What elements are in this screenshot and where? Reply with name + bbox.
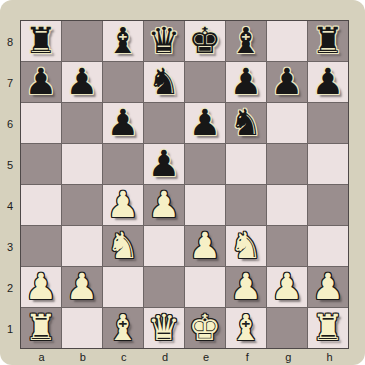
piece-wK-e1[interactable]: ♚ [189,308,221,348]
piece-bP-h7[interactable]: ♟ [312,62,344,102]
piece-bN-d7[interactable]: ♞ [148,62,180,102]
piece-wQ-d1[interactable]: ♛ [148,308,180,348]
square-f3[interactable]: ♞ [226,226,266,266]
square-h1[interactable]: ♜ [308,308,348,348]
square-c2[interactable] [103,267,143,307]
rank-label-8: 8 [0,21,20,62]
square-a2[interactable]: ♟ [21,267,61,307]
chess-board: ♜♝♛♚♝♜♟♟♞♟♟♟♟♟♞♟♟♟♞♟♞♟♟♟♟♟♜♝♛♚♝♜ [20,20,349,349]
piece-wR-a1[interactable]: ♜ [25,308,57,348]
square-e8[interactable]: ♚ [185,21,225,61]
piece-wN-f3[interactable]: ♞ [230,226,262,266]
piece-bB-c8[interactable]: ♝ [107,21,139,61]
piece-wP-a2[interactable]: ♟ [25,267,57,307]
file-label-g: g [268,349,309,365]
chessboard-panel: 87654321 ♜♝♛♚♝♜♟♟♞♟♟♟♟♟♞♟♟♟♞♟♞♟♟♟♟♟♜♝♛♚♝… [0,0,365,365]
square-b1[interactable] [62,308,102,348]
square-g5[interactable] [267,144,307,184]
piece-wP-d4[interactable]: ♟ [148,185,180,225]
file-label-f: f [227,349,268,365]
rank-label-3: 3 [0,227,20,268]
piece-bP-a7[interactable]: ♟ [25,62,57,102]
square-g6[interactable] [267,103,307,143]
square-f6[interactable]: ♞ [226,103,266,143]
square-g8[interactable] [267,21,307,61]
square-f1[interactable]: ♝ [226,308,266,348]
square-e3[interactable]: ♟ [185,226,225,266]
square-g1[interactable] [267,308,307,348]
square-a5[interactable] [21,144,61,184]
square-b5[interactable] [62,144,102,184]
square-c8[interactable]: ♝ [103,21,143,61]
square-f5[interactable] [226,144,266,184]
square-e7[interactable] [185,62,225,102]
square-c6[interactable]: ♟ [103,103,143,143]
piece-wP-e3[interactable]: ♟ [189,226,221,266]
square-h7[interactable]: ♟ [308,62,348,102]
square-c7[interactable] [103,62,143,102]
square-a7[interactable]: ♟ [21,62,61,102]
piece-bP-f7[interactable]: ♟ [230,62,262,102]
square-d1[interactable]: ♛ [144,308,184,348]
square-c3[interactable]: ♞ [103,226,143,266]
piece-bP-b7[interactable]: ♟ [66,62,98,102]
piece-bR-h8[interactable]: ♜ [312,21,344,61]
piece-bP-d5[interactable]: ♟ [148,144,180,184]
rank-label-1: 1 [0,309,20,350]
square-b4[interactable] [62,185,102,225]
square-f2[interactable]: ♟ [226,267,266,307]
square-h5[interactable] [308,144,348,184]
square-e4[interactable] [185,185,225,225]
piece-wN-c3[interactable]: ♞ [107,226,139,266]
square-g3[interactable] [267,226,307,266]
square-e5[interactable] [185,144,225,184]
square-a3[interactable] [21,226,61,266]
square-a4[interactable] [21,185,61,225]
square-b2[interactable]: ♟ [62,267,102,307]
square-f7[interactable]: ♟ [226,62,266,102]
file-label-d: d [144,349,185,365]
square-b7[interactable]: ♟ [62,62,102,102]
rank-label-2: 2 [0,268,20,309]
square-b8[interactable] [62,21,102,61]
piece-bQ-d8[interactable]: ♛ [148,21,180,61]
square-h4[interactable] [308,185,348,225]
square-h3[interactable] [308,226,348,266]
piece-wB-c1[interactable]: ♝ [107,308,139,348]
square-d4[interactable]: ♟ [144,185,184,225]
piece-bN-f6[interactable]: ♞ [230,103,262,143]
square-d7[interactable]: ♞ [144,62,184,102]
rank-label-6: 6 [0,103,20,144]
square-b3[interactable] [62,226,102,266]
piece-bK-e8[interactable]: ♚ [189,21,221,61]
square-d8[interactable]: ♛ [144,21,184,61]
square-c1[interactable]: ♝ [103,308,143,348]
square-c4[interactable]: ♟ [103,185,143,225]
square-h2[interactable]: ♟ [308,267,348,307]
square-d3[interactable] [144,226,184,266]
square-g4[interactable] [267,185,307,225]
rank-label-5: 5 [0,144,20,185]
piece-bP-g7[interactable]: ♟ [271,62,303,102]
file-label-e: e [186,349,227,365]
piece-wP-g2[interactable]: ♟ [271,267,303,307]
rank-label-7: 7 [0,62,20,103]
rank-labels: 87654321 [0,21,20,350]
file-label-h: h [309,349,350,365]
piece-bB-f8[interactable]: ♝ [230,21,262,61]
square-e2[interactable] [185,267,225,307]
square-h6[interactable] [308,103,348,143]
piece-wP-h2[interactable]: ♟ [312,267,344,307]
file-labels: abcdefgh [21,349,350,365]
piece-wP-b2[interactable]: ♟ [66,267,98,307]
file-label-b: b [62,349,103,365]
square-e6[interactable]: ♟ [185,103,225,143]
square-h8[interactable]: ♜ [308,21,348,61]
piece-wB-f1[interactable]: ♝ [230,308,262,348]
square-e1[interactable]: ♚ [185,308,225,348]
piece-bP-e6[interactable]: ♟ [189,103,221,143]
piece-bR-a8[interactable]: ♜ [25,21,57,61]
square-b6[interactable] [62,103,102,143]
square-g7[interactable]: ♟ [267,62,307,102]
square-a6[interactable] [21,103,61,143]
piece-wP-c4[interactable]: ♟ [107,185,139,225]
piece-wR-h1[interactable]: ♜ [312,308,344,348]
piece-bP-c6[interactable]: ♟ [107,103,139,143]
square-g2[interactable]: ♟ [267,267,307,307]
square-f4[interactable] [226,185,266,225]
square-a1[interactable]: ♜ [21,308,61,348]
square-c5[interactable] [103,144,143,184]
square-d2[interactable] [144,267,184,307]
file-label-c: c [103,349,144,365]
rank-label-4: 4 [0,186,20,227]
square-d6[interactable] [144,103,184,143]
piece-wP-f2[interactable]: ♟ [230,267,262,307]
file-label-a: a [21,349,62,365]
square-d5[interactable]: ♟ [144,144,184,184]
square-a8[interactable]: ♜ [21,21,61,61]
square-f8[interactable]: ♝ [226,21,266,61]
